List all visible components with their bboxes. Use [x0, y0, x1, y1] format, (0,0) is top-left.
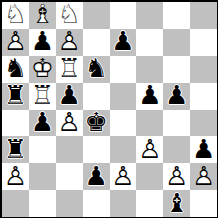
chessboard-frame: ♞♘♝♗♞♘♟♙♟♟♙♟♞♚♔♜♖♞♜♜♖♟♟♟♟♟♙♚♜♟♙♟♟♙♟♟♙♟♙♟… — [0, 0, 218, 218]
black-pawn: ♟ — [29, 110, 56, 137]
black-pawn: ♟ — [83, 163, 110, 190]
white-pawn: ♟♙ — [56, 110, 83, 137]
chessboard: ♞♘♝♗♞♘♟♙♟♟♙♟♞♚♔♜♖♞♜♜♖♟♟♟♟♟♙♚♜♟♙♟♟♙♟♟♙♟♙♟… — [2, 2, 217, 217]
square-a8[interactable]: ♞♘ — [2, 2, 29, 29]
square-b7[interactable]: ♟ — [29, 29, 56, 56]
black-knight: ♞ — [83, 56, 110, 83]
square-b4[interactable]: ♟ — [29, 110, 56, 137]
square-h5[interactable] — [190, 83, 217, 110]
white-pawn: ♟♙ — [56, 29, 83, 56]
square-g8[interactable] — [163, 2, 190, 29]
square-b2[interactable] — [29, 163, 56, 190]
square-g3[interactable] — [163, 136, 190, 163]
black-king: ♚ — [83, 110, 110, 137]
white-pawn: ♟♙ — [190, 163, 217, 190]
square-c4[interactable]: ♟♙ — [56, 110, 83, 137]
square-h8[interactable] — [190, 2, 217, 29]
square-g1[interactable]: ♝ — [163, 190, 190, 217]
square-f2[interactable] — [136, 163, 163, 190]
square-d4[interactable]: ♚ — [83, 110, 110, 137]
square-f1[interactable] — [136, 190, 163, 217]
square-f8[interactable] — [136, 2, 163, 29]
square-f7[interactable] — [136, 29, 163, 56]
square-h2[interactable]: ♟♙ — [190, 163, 217, 190]
square-g4[interactable] — [163, 110, 190, 137]
square-e7[interactable]: ♟ — [110, 29, 137, 56]
square-c2[interactable] — [56, 163, 83, 190]
square-h4[interactable] — [190, 110, 217, 137]
black-rook: ♜ — [2, 136, 29, 163]
black-pawn: ♟ — [110, 29, 137, 56]
square-f3[interactable]: ♟♙ — [136, 136, 163, 163]
square-a5[interactable]: ♜ — [2, 83, 29, 110]
square-e4[interactable] — [110, 110, 137, 137]
black-bishop: ♝ — [163, 190, 190, 217]
square-g2[interactable]: ♟♙ — [163, 163, 190, 190]
square-a1[interactable] — [2, 190, 29, 217]
white-pawn: ♟♙ — [2, 163, 29, 190]
black-knight: ♞ — [2, 56, 29, 83]
white-pawn: ♟♙ — [163, 163, 190, 190]
square-d3[interactable] — [83, 136, 110, 163]
square-c8[interactable]: ♞♘ — [56, 2, 83, 29]
square-b8[interactable]: ♝♗ — [29, 2, 56, 29]
square-h7[interactable] — [190, 29, 217, 56]
square-g7[interactable] — [163, 29, 190, 56]
black-pawn: ♟ — [136, 83, 163, 110]
square-e5[interactable] — [110, 83, 137, 110]
square-c5[interactable]: ♟ — [56, 83, 83, 110]
square-g6[interactable] — [163, 56, 190, 83]
square-a4[interactable] — [2, 110, 29, 137]
square-b1[interactable] — [29, 190, 56, 217]
white-rook: ♜♖ — [56, 56, 83, 83]
white-bishop: ♝♗ — [29, 2, 56, 29]
black-pawn: ♟ — [29, 29, 56, 56]
white-rook: ♜♖ — [29, 83, 56, 110]
square-a3[interactable]: ♜ — [2, 136, 29, 163]
square-e2[interactable]: ♟♙ — [110, 163, 137, 190]
square-c1[interactable] — [56, 190, 83, 217]
square-g5[interactable]: ♟ — [163, 83, 190, 110]
square-f6[interactable] — [136, 56, 163, 83]
white-pawn: ♟♙ — [110, 163, 137, 190]
square-h6[interactable] — [190, 56, 217, 83]
white-knight: ♞♘ — [56, 2, 83, 29]
white-king: ♚♔ — [29, 56, 56, 83]
square-d5[interactable] — [83, 83, 110, 110]
square-f5[interactable]: ♟ — [136, 83, 163, 110]
square-e1[interactable] — [110, 190, 137, 217]
square-b6[interactable]: ♚♔ — [29, 56, 56, 83]
square-a6[interactable]: ♞ — [2, 56, 29, 83]
white-knight: ♞♘ — [2, 2, 29, 29]
square-b3[interactable] — [29, 136, 56, 163]
square-a2[interactable]: ♟♙ — [2, 163, 29, 190]
square-a7[interactable]: ♟♙ — [2, 29, 29, 56]
square-e3[interactable] — [110, 136, 137, 163]
square-d6[interactable]: ♞ — [83, 56, 110, 83]
black-rook: ♜ — [2, 83, 29, 110]
square-c6[interactable]: ♜♖ — [56, 56, 83, 83]
white-pawn: ♟♙ — [136, 136, 163, 163]
white-pawn: ♟♙ — [2, 29, 29, 56]
square-c7[interactable]: ♟♙ — [56, 29, 83, 56]
square-d7[interactable] — [83, 29, 110, 56]
black-pawn: ♟ — [56, 83, 83, 110]
square-c3[interactable] — [56, 136, 83, 163]
square-b5[interactable]: ♜♖ — [29, 83, 56, 110]
square-d2[interactable]: ♟ — [83, 163, 110, 190]
square-h3[interactable]: ♟ — [190, 136, 217, 163]
square-f4[interactable] — [136, 110, 163, 137]
square-d1[interactable] — [83, 190, 110, 217]
black-pawn: ♟ — [163, 83, 190, 110]
square-h1[interactable] — [190, 190, 217, 217]
square-e8[interactable] — [110, 2, 137, 29]
square-e6[interactable] — [110, 56, 137, 83]
square-d8[interactable] — [83, 2, 110, 29]
black-pawn: ♟ — [190, 136, 217, 163]
